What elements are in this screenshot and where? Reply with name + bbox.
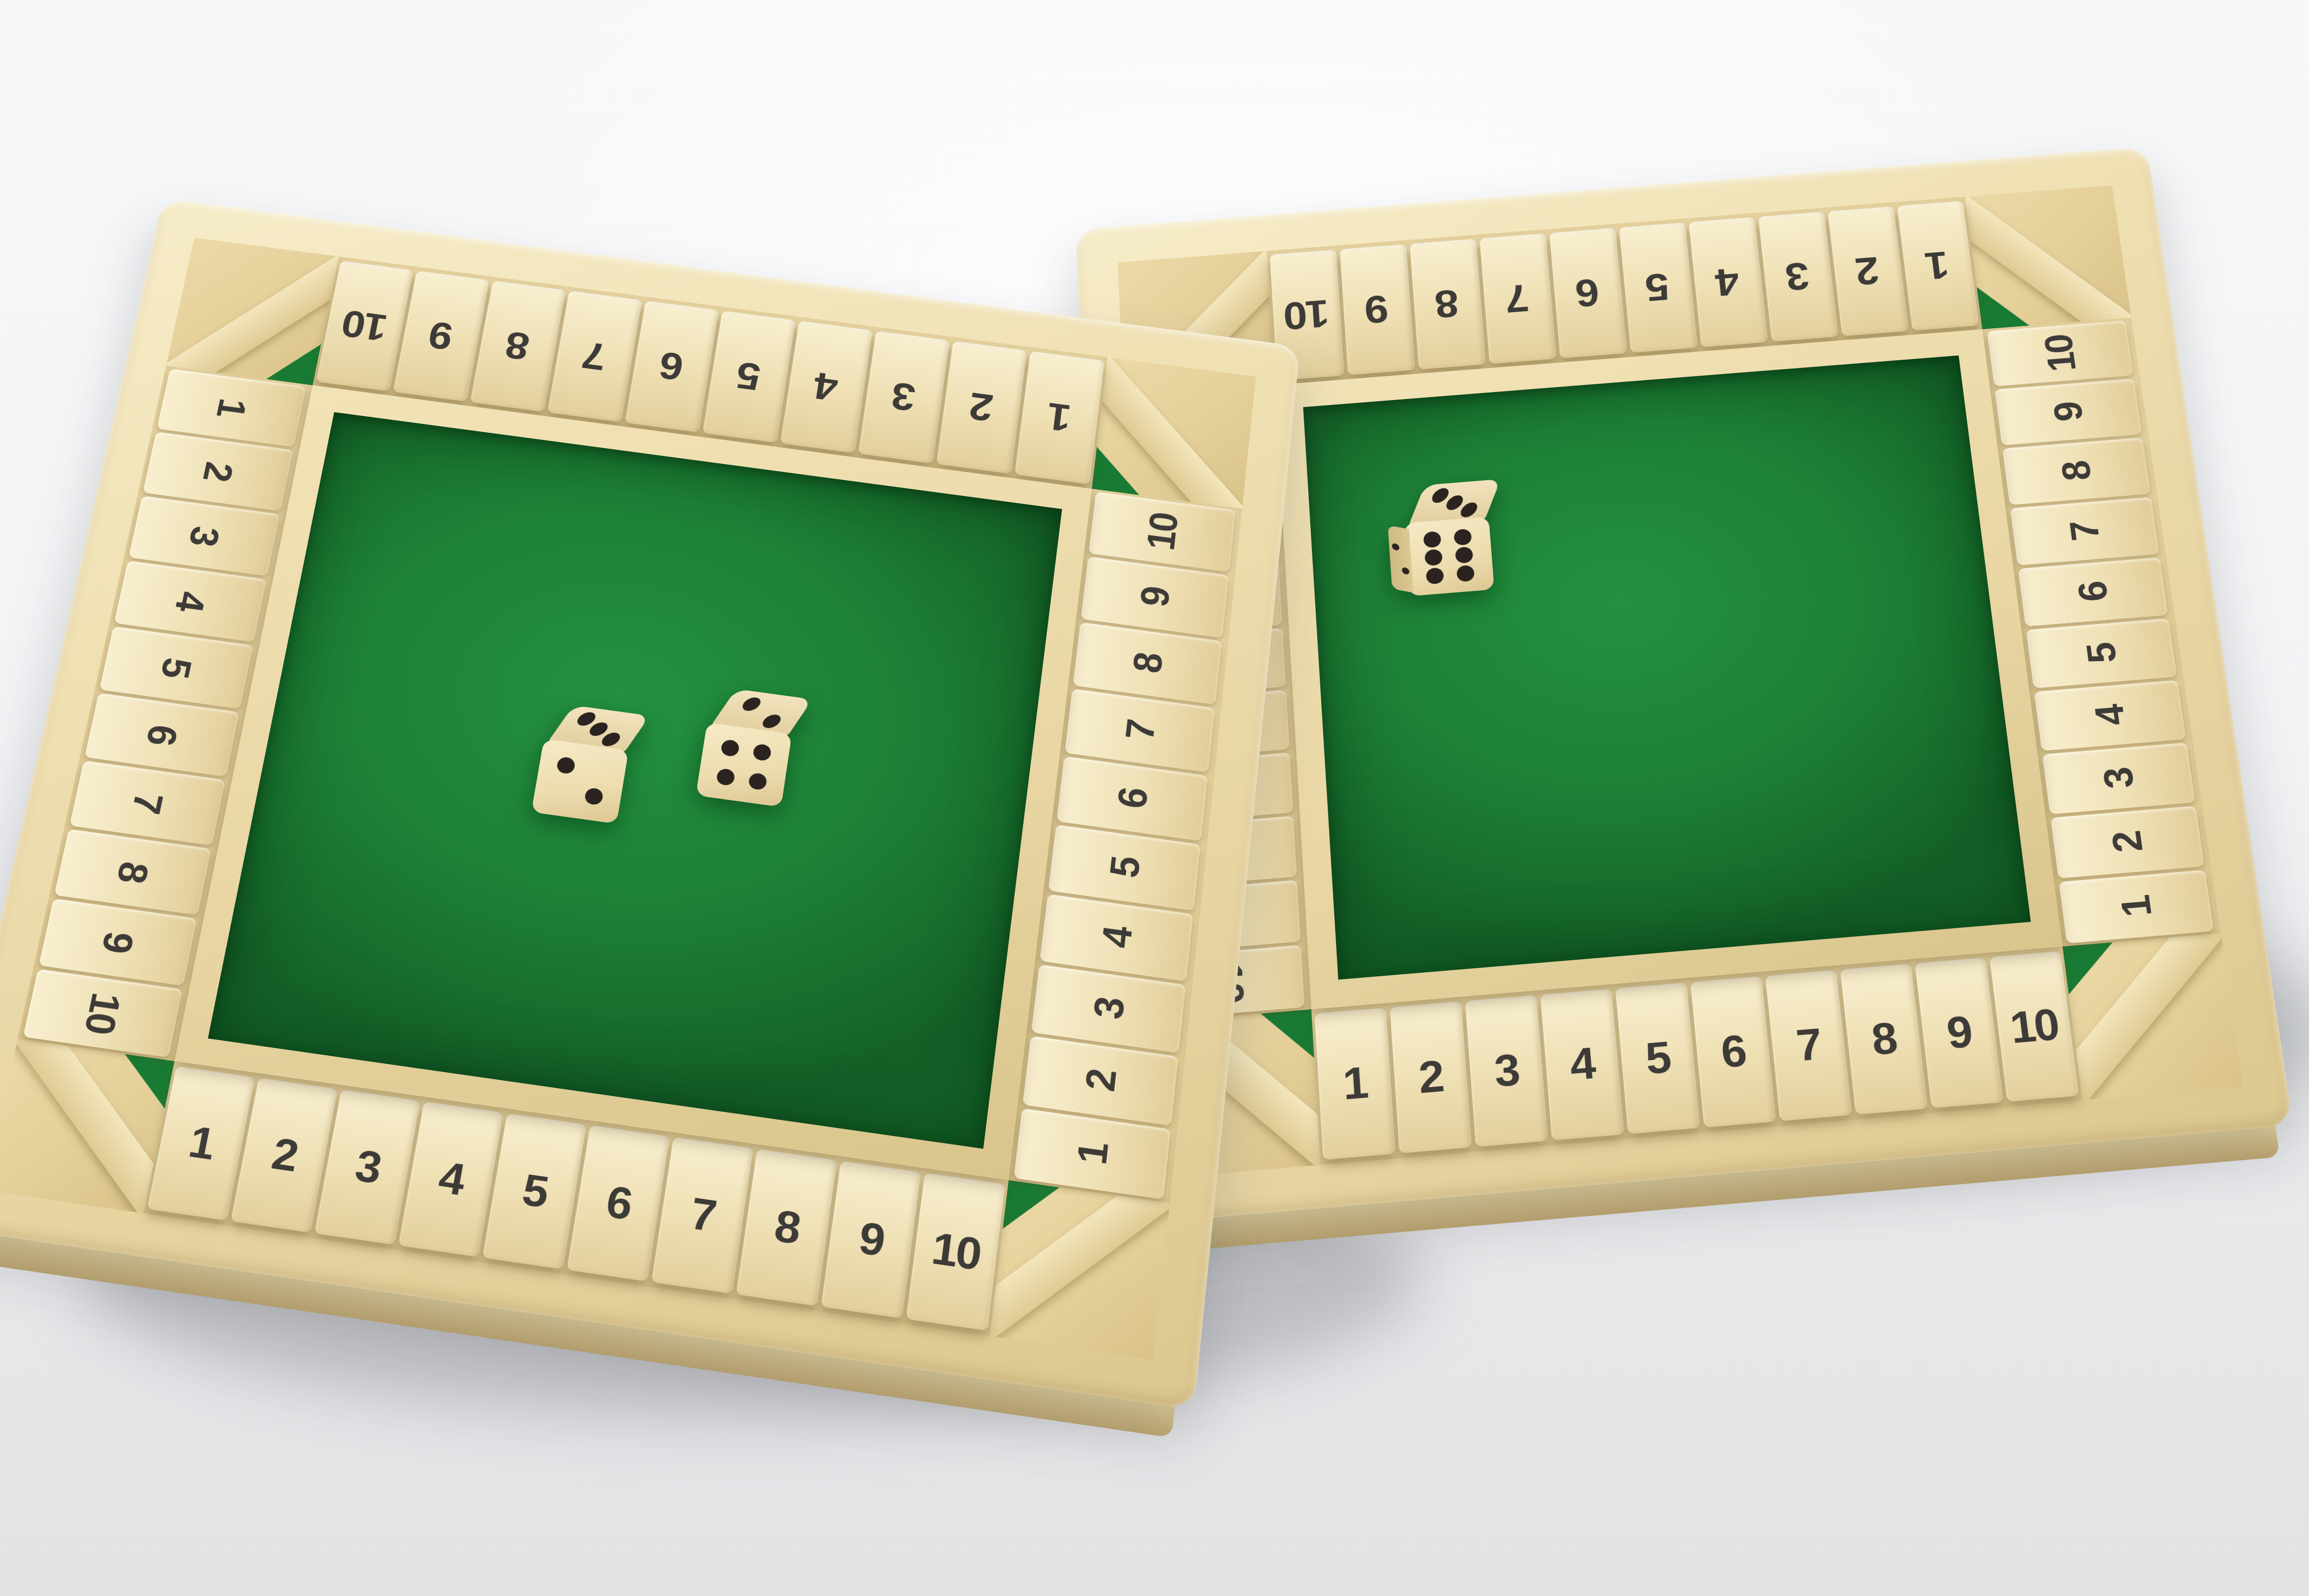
tile-10[interactable]: 10 — [906, 1173, 1005, 1331]
tile-number: 10 — [929, 1226, 982, 1277]
corner-block — [2062, 933, 2243, 1100]
tile-number: 7 — [1794, 1022, 1822, 1068]
tile-number: 7 — [1505, 278, 1530, 318]
tile-10[interactable]: 10 — [1987, 320, 2134, 387]
tile-number: 8 — [504, 326, 532, 366]
tile-number: 3 — [891, 377, 918, 417]
tile-number: 8 — [2055, 460, 2097, 482]
die-pip — [752, 743, 772, 762]
tile-number: 3 — [1785, 256, 1812, 296]
die-front-face — [696, 723, 792, 808]
tile-1[interactable]: 1 — [1314, 1008, 1396, 1160]
tile-number: 9 — [427, 316, 456, 356]
tile-5[interactable]: 5 — [702, 311, 796, 443]
tile-number: 6 — [1575, 273, 1601, 313]
tile-2[interactable]: 2 — [2050, 806, 2204, 878]
corner-block — [1965, 185, 2131, 329]
tile-number: 1 — [1046, 397, 1073, 438]
die-pip — [1425, 549, 1443, 566]
tile-number: 10 — [1141, 511, 1184, 552]
tile-number: 3 — [1493, 1047, 1520, 1094]
tile-5[interactable]: 5 — [1615, 983, 1700, 1134]
corner-block — [166, 238, 339, 386]
tile-number: 8 — [1435, 284, 1460, 324]
tile-number: 5 — [736, 357, 763, 397]
tile-number: 4 — [813, 367, 840, 407]
die[interactable] — [531, 702, 641, 825]
tile-number: 8 — [111, 859, 155, 884]
tile-number: 4 — [1568, 1041, 1596, 1087]
tile-4[interactable]: 4 — [1540, 989, 1624, 1140]
tile-number: 9 — [1134, 585, 1176, 609]
tile-6[interactable]: 6 — [1549, 228, 1627, 358]
tile-7[interactable]: 7 — [651, 1137, 753, 1294]
tile-number: 1 — [211, 396, 253, 419]
tile-number: 5 — [155, 655, 198, 679]
tile-number: 1 — [185, 1119, 217, 1166]
die-pip — [1458, 502, 1479, 518]
die-pip — [739, 696, 764, 712]
tile-9[interactable]: 9 — [1340, 244, 1415, 375]
tile-number: 7 — [126, 791, 170, 815]
tile-7[interactable]: 7 — [2010, 497, 2159, 565]
tile-number: 8 — [772, 1203, 802, 1251]
tile-number: 9 — [1365, 289, 1390, 329]
tile-number: 5 — [2080, 642, 2123, 665]
tile-number: 10 — [78, 990, 127, 1036]
inner-wall — [175, 385, 1092, 1180]
die-pip — [1457, 565, 1475, 582]
tile-8[interactable]: 8 — [736, 1149, 837, 1306]
tile-number: 2 — [269, 1131, 301, 1179]
tile-number: 8 — [1869, 1016, 1898, 1062]
tile-number: 10 — [2008, 1002, 2061, 1050]
tile-5[interactable]: 5 — [2026, 618, 2177, 689]
tile-number: 4 — [435, 1155, 466, 1202]
inner-wall — [1275, 329, 2062, 1010]
tile-8[interactable]: 8 — [2002, 437, 2151, 505]
tile-number: 6 — [658, 346, 686, 387]
tile-number: 5 — [520, 1167, 550, 1214]
tile-6[interactable]: 6 — [2018, 557, 2168, 627]
tile-2[interactable]: 2 — [937, 341, 1027, 474]
tile-number: 9 — [1945, 1010, 1973, 1056]
tile-number: 9 — [857, 1215, 886, 1263]
board-surface: 10987654321 12345678910 10987654321 1234… — [1118, 185, 2243, 1179]
tile-3[interactable]: 3 — [2042, 743, 2195, 814]
tile-number: 4 — [1715, 262, 1741, 302]
tile-number: 1 — [2114, 895, 2158, 918]
tile-number: 10 — [1284, 294, 1330, 335]
photo-scene: 10987654321 12345678910 10987654321 1234… — [0, 0, 2309, 1596]
tile-1[interactable]: 1 — [1015, 351, 1104, 484]
corner-block — [1092, 357, 1256, 509]
tile-7[interactable]: 7 — [1765, 970, 1852, 1121]
die-front-face — [531, 738, 629, 823]
tile-number: 8 — [1126, 651, 1168, 675]
die-pip — [1402, 567, 1409, 575]
tile-number: 7 — [2063, 520, 2106, 542]
felt-playing-area — [208, 412, 1062, 1149]
tile-8[interactable]: 8 — [1840, 964, 1928, 1115]
tile-2[interactable]: 2 — [1390, 1001, 1472, 1153]
die[interactable] — [1402, 480, 1501, 596]
die-pip — [748, 773, 768, 791]
tile-1[interactable]: 1 — [2059, 870, 2213, 943]
shut-the-box-board-front: 10987654321 12345678910 10987654321 1234… — [0, 198, 1300, 1410]
tile-number: 2 — [1417, 1054, 1444, 1100]
tile-number: 5 — [1645, 267, 1671, 307]
tile-number: 1 — [1342, 1060, 1368, 1106]
die-pip — [1454, 528, 1472, 545]
tile-number: 3 — [352, 1143, 383, 1190]
die[interactable] — [696, 686, 804, 808]
tile-9[interactable]: 9 — [1995, 379, 2142, 446]
tile-number: 9 — [2047, 401, 2089, 423]
tile-number: 2 — [197, 460, 239, 483]
tile-6[interactable]: 6 — [625, 301, 719, 433]
tile-number: 6 — [1111, 786, 1154, 810]
tile-3[interactable]: 3 — [1465, 995, 1548, 1147]
die-pip — [1426, 567, 1445, 585]
tile-8[interactable]: 8 — [1410, 239, 1486, 369]
tile-number: 6 — [1719, 1028, 1747, 1075]
tile-number: 4 — [2088, 704, 2132, 727]
tile-7[interactable]: 7 — [1480, 233, 1557, 364]
tile-5[interactable]: 5 — [1619, 223, 1698, 353]
tile-4[interactable]: 4 — [1689, 217, 1768, 347]
corner-block — [990, 1180, 1169, 1360]
tile-number: 6 — [140, 723, 184, 747]
tile-number: 2 — [2105, 830, 2149, 853]
tile-6[interactable]: 6 — [1690, 976, 1776, 1128]
tile-number: 6 — [2072, 581, 2114, 603]
tile-number: 5 — [1103, 855, 1146, 880]
tile-number: 1 — [1070, 1141, 1114, 1167]
die-pip — [720, 739, 740, 757]
tile-number: 2 — [1855, 251, 1881, 291]
die-pip — [1455, 547, 1474, 564]
die-pip — [556, 756, 576, 775]
tile-number: 3 — [1087, 996, 1130, 1022]
tile-number: 5 — [1644, 1035, 1671, 1081]
die-pip — [759, 714, 784, 729]
board-surface: 10987654321 12345678910 10987654321 1234… — [0, 238, 1256, 1360]
die-pip — [1423, 531, 1442, 548]
tile-number: 7 — [688, 1191, 718, 1239]
tile-number: 1 — [1924, 246, 1951, 285]
tile-number: 7 — [1118, 718, 1161, 743]
die-pip — [584, 787, 604, 806]
tile-9[interactable]: 9 — [821, 1161, 921, 1318]
tile-number: 6 — [603, 1179, 634, 1227]
tile-2[interactable]: 2 — [1828, 206, 1909, 337]
tile-3[interactable]: 3 — [858, 331, 949, 464]
tile-number: 7 — [581, 336, 609, 376]
tile-number: 10 — [2038, 334, 2082, 373]
tile-number: 9 — [96, 929, 140, 955]
tile-1[interactable]: 1 — [1897, 201, 1979, 331]
tile-9[interactable]: 9 — [1915, 957, 2003, 1108]
tile-number: 4 — [1095, 925, 1138, 950]
tile-4[interactable]: 4 — [780, 321, 873, 453]
die-front-face — [1404, 517, 1494, 596]
die-pip — [1392, 543, 1400, 551]
tile-number: 2 — [968, 387, 995, 427]
tile-number: 10 — [340, 304, 390, 347]
felt-playing-area — [1303, 356, 2031, 980]
tile-number: 2 — [1079, 1068, 1123, 1094]
tile-4[interactable]: 4 — [2034, 680, 2186, 751]
tile-10[interactable]: 10 — [1989, 951, 2079, 1102]
tile-number: 3 — [2097, 767, 2140, 790]
tile-3[interactable]: 3 — [1758, 212, 1838, 342]
tile-number: 4 — [169, 589, 212, 613]
die-pip — [716, 768, 736, 786]
tile-number: 3 — [183, 524, 226, 547]
